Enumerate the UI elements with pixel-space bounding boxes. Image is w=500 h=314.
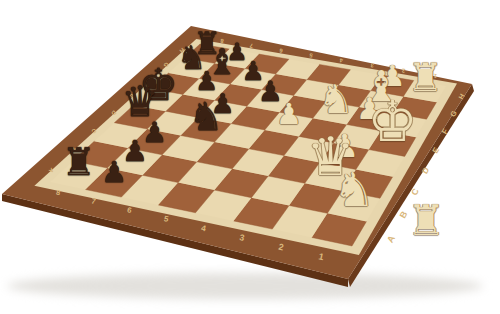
coord-file-a-rank1-edge: A [385, 234, 397, 245]
piece-f3-white-knight[interactable]: ♞ [318, 79, 354, 119]
product-photo-scene: 1122334455667788AABBCCDDEEFFGGHH ♜♟♞♝♟♟♟… [0, 0, 500, 314]
piece-a7-black-pawn[interactable]: ♟ [101, 159, 127, 188]
piece-e4-white-pawn[interactable]: ♟ [276, 100, 302, 129]
board-shadow [7, 273, 483, 299]
piece-off-board-white-rook[interactable]: ♜ [407, 200, 445, 242]
piece-e1-white-king[interactable]: ♚ [367, 95, 417, 151]
piece-a8-black-rook[interactable]: ♜ [62, 143, 96, 181]
piece-b1-white-knight[interactable]: ♞ [333, 165, 375, 212]
piece-d6-black-knight[interactable]: ♞ [189, 97, 224, 136]
